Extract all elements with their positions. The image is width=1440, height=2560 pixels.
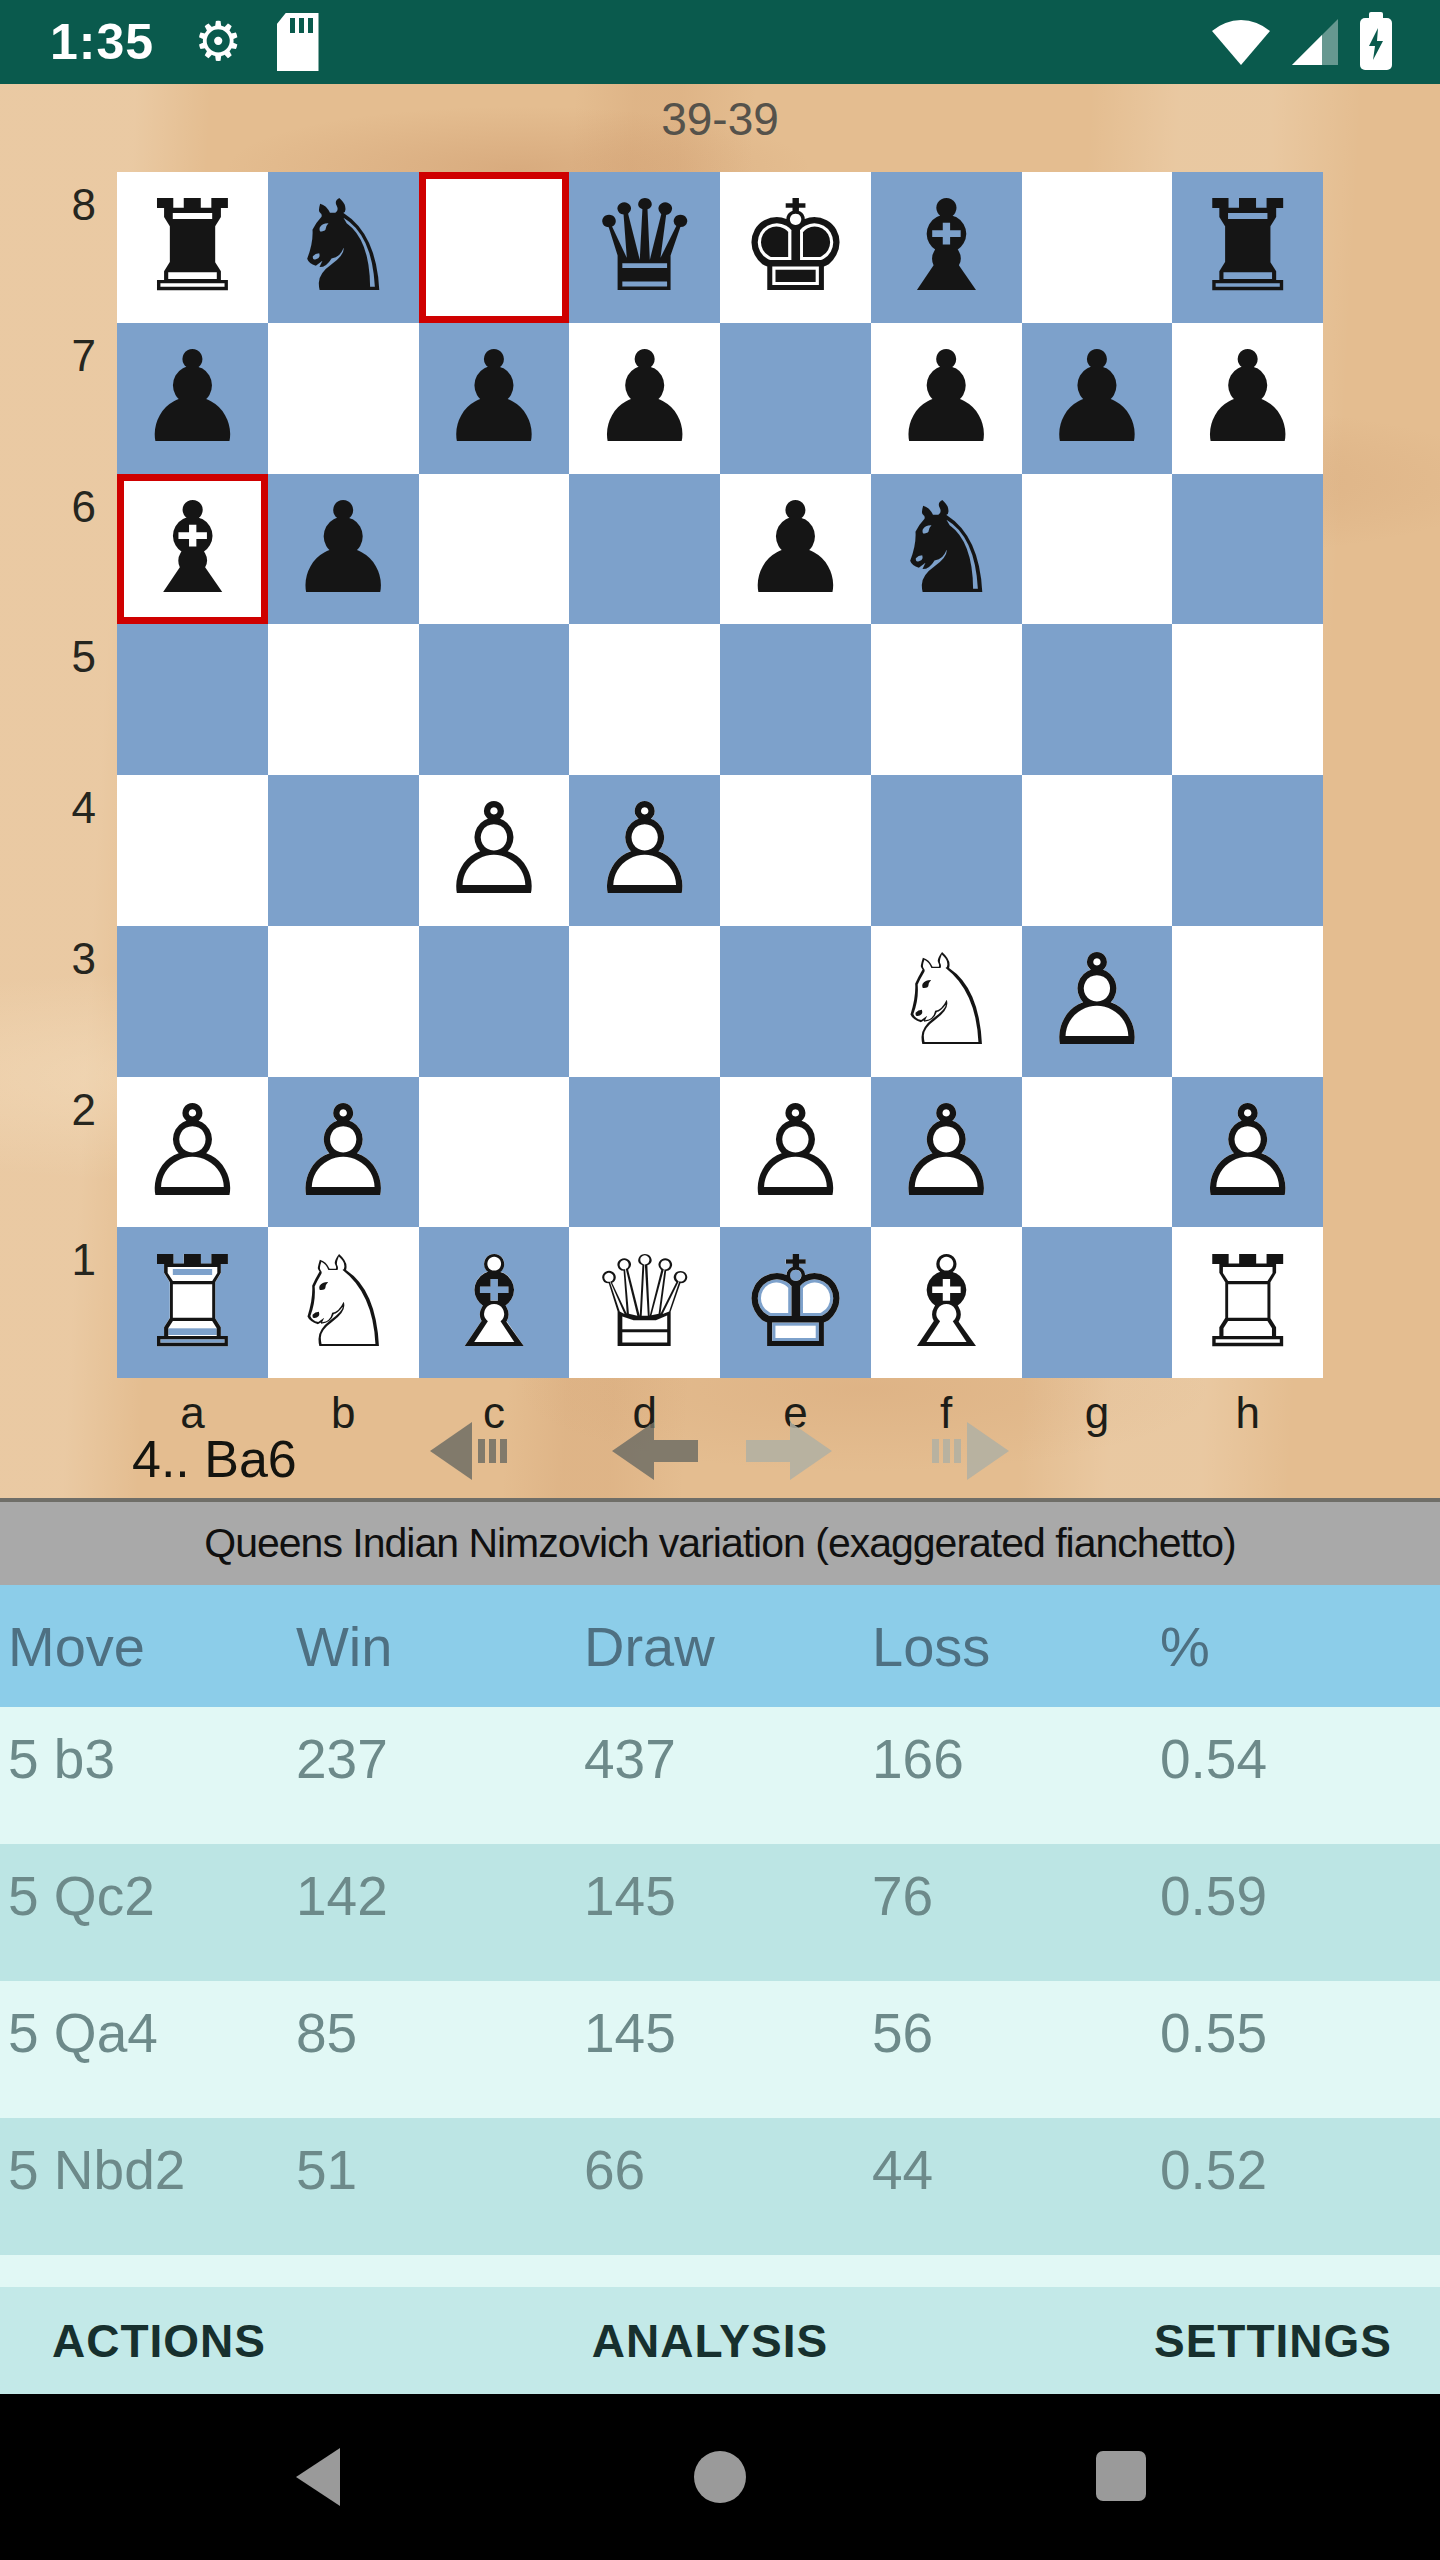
rank-label-8: 8 (40, 180, 96, 230)
square-b5[interactable] (268, 624, 419, 775)
black-piece-f7: ♟ (871, 323, 1022, 474)
square-e8[interactable]: ♚ (720, 172, 871, 323)
stats-row-5-b3[interactable]: 5 b32374371660.54 (0, 1707, 1440, 1844)
nav-back-icon[interactable] (296, 2448, 340, 2506)
file-label-h: h (1172, 1388, 1323, 1436)
square-h6[interactable] (1172, 474, 1323, 625)
gear-icon: ⚙ (194, 0, 242, 84)
square-f4[interactable] (871, 775, 1022, 926)
tab-settings[interactable]: SETTINGS (1154, 2314, 1392, 2368)
chess-board: ♜♞♛♚♝♜♟♟♟♟♟♟♝♟♟♞♟♙♟♙♞♘♟♙♟♙♟♙♟♙♟♙♟♙♜♖♞♘♝♗… (117, 172, 1323, 1378)
tab-actions[interactable]: ACTIONS (52, 2314, 266, 2368)
square-c4[interactable]: ♟♙ (419, 775, 570, 926)
stats-cell: 237 (288, 1707, 576, 1844)
square-f6[interactable]: ♞ (871, 474, 1022, 625)
stats-cell: 51 (288, 2118, 576, 2255)
rank-label-6: 6 (40, 482, 96, 532)
rank-label-7: 7 (40, 331, 96, 381)
black-piece-c7: ♟ (419, 323, 570, 474)
stats-row-empty (0, 2255, 1440, 2287)
white-piece-b1: ♞♘ (268, 1227, 419, 1378)
stats-header-move: Move (0, 1614, 288, 1679)
stats-row-5-Qc2[interactable]: 5 Qc2142145760.59 (0, 1844, 1440, 1981)
square-d2[interactable] (569, 1077, 720, 1228)
clock-time: 1:35 (50, 13, 154, 71)
square-a4[interactable] (117, 775, 268, 926)
file-label-g: g (1022, 1388, 1173, 1436)
stats-header-win: Win (288, 1614, 576, 1679)
stats-header-pct: % (1152, 1614, 1440, 1679)
black-piece-b8: ♞ (268, 172, 419, 323)
stats-header-loss: Loss (864, 1614, 1152, 1679)
previous-move-button[interactable] (610, 1420, 702, 1482)
square-h1[interactable]: ♜♖ (1172, 1227, 1323, 1378)
stats-cell: 44 (864, 2118, 1152, 2255)
stats-cell: 145 (576, 1981, 864, 2118)
square-h8[interactable]: ♜ (1172, 172, 1323, 323)
square-c7[interactable]: ♟ (419, 323, 570, 474)
white-piece-a2: ♟♙ (117, 1077, 268, 1228)
square-b3[interactable] (268, 926, 419, 1077)
square-b7[interactable] (268, 323, 419, 474)
rank-label-4: 4 (40, 783, 96, 833)
stats-table-header: MoveWinDrawLoss% (0, 1585, 1440, 1707)
rank-label-3: 3 (40, 934, 96, 984)
white-piece-f2: ♟♙ (871, 1077, 1022, 1228)
square-d4[interactable]: ♟♙ (569, 775, 720, 926)
stats-cell: 5 b3 (0, 1707, 288, 1844)
stats-cell: 0.52 (1152, 2118, 1440, 2255)
status-bar: 1:35 ⚙ (0, 0, 1440, 84)
square-c6[interactable] (419, 474, 570, 625)
square-h5[interactable] (1172, 624, 1323, 775)
material-score: 39-39 (0, 92, 1440, 146)
square-b6[interactable]: ♟ (268, 474, 419, 625)
square-a6[interactable]: ♝ (117, 474, 268, 625)
square-a8[interactable]: ♜ (117, 172, 268, 323)
stats-cell: 142 (288, 1844, 576, 1981)
stats-cell: 66 (576, 2118, 864, 2255)
square-e1[interactable]: ♚♔ (720, 1227, 871, 1378)
square-g8[interactable] (1022, 172, 1173, 323)
square-f1[interactable]: ♝♗ (871, 1227, 1022, 1378)
last-move-button[interactable] (919, 1420, 1011, 1482)
black-piece-a6: ♝ (117, 474, 268, 625)
current-move-label: 4.. Ba6 (132, 1429, 297, 1489)
stats-cell: 5 Qa4 (0, 1981, 288, 2118)
white-piece-a1: ♜♖ (117, 1227, 268, 1378)
rank-label-1: 1 (40, 1235, 96, 1285)
square-g2[interactable] (1022, 1077, 1173, 1228)
opening-name-bar: Queens Indian Nimzovich variation (exagg… (0, 1498, 1440, 1585)
white-piece-e2: ♟♙ (720, 1077, 871, 1228)
white-piece-f3: ♞♘ (871, 926, 1022, 1077)
square-d3[interactable] (569, 926, 720, 1077)
black-piece-h8: ♜ (1172, 172, 1323, 323)
square-e4[interactable] (720, 775, 871, 926)
stats-cell: 5 Nbd2 (0, 2118, 288, 2255)
stats-cell: 85 (288, 1981, 576, 2118)
stats-cell: 166 (864, 1707, 1152, 1844)
white-piece-h1: ♜♖ (1172, 1227, 1323, 1378)
square-e3[interactable] (720, 926, 871, 1077)
square-e5[interactable] (720, 624, 871, 775)
cell-signal-icon (1290, 17, 1340, 67)
square-h7[interactable]: ♟ (1172, 323, 1323, 474)
square-e7[interactable] (720, 323, 871, 474)
square-e2[interactable]: ♟♙ (720, 1077, 871, 1228)
square-b1[interactable]: ♞♘ (268, 1227, 419, 1378)
white-piece-b2: ♟♙ (268, 1077, 419, 1228)
square-a3[interactable] (117, 926, 268, 1077)
black-piece-g7: ♟ (1022, 323, 1173, 474)
nav-home-icon[interactable] (694, 2451, 746, 2503)
square-g7[interactable]: ♟ (1022, 323, 1173, 474)
stats-cell: 56 (864, 1981, 1152, 2118)
stats-cell: 0.55 (1152, 1981, 1440, 2118)
square-d5[interactable] (569, 624, 720, 775)
square-a5[interactable] (117, 624, 268, 775)
black-piece-e8: ♚ (720, 172, 871, 323)
square-g5[interactable] (1022, 624, 1173, 775)
stats-cell: 437 (576, 1707, 864, 1844)
square-b8[interactable]: ♞ (268, 172, 419, 323)
white-piece-h2: ♟♙ (1172, 1077, 1323, 1228)
black-piece-e6: ♟ (720, 474, 871, 625)
next-move-button[interactable] (742, 1420, 834, 1482)
black-piece-f6: ♞ (871, 474, 1022, 625)
square-c8[interactable] (419, 172, 570, 323)
black-piece-d8: ♛ (569, 172, 720, 323)
square-a7[interactable]: ♟ (117, 323, 268, 474)
square-f5[interactable] (871, 624, 1022, 775)
nav-recents-icon[interactable] (1096, 2451, 1146, 2501)
square-e6[interactable]: ♟ (720, 474, 871, 625)
white-piece-f1: ♝♗ (871, 1227, 1022, 1378)
opening-name: Queens Indian Nimzovich variation (exagg… (204, 1520, 1235, 1567)
square-g6[interactable] (1022, 474, 1173, 625)
square-f2[interactable]: ♟♙ (871, 1077, 1022, 1228)
black-piece-b6: ♟ (268, 474, 419, 625)
white-piece-c1: ♝♗ (419, 1227, 570, 1378)
square-g3[interactable]: ♟♙ (1022, 926, 1173, 1077)
sd-card-icon (277, 13, 319, 71)
black-piece-h7: ♟ (1172, 323, 1323, 474)
square-d1[interactable]: ♛♕ (569, 1227, 720, 1378)
tab-analysis[interactable]: ANALYSIS (592, 2314, 828, 2368)
square-c1[interactable]: ♝♗ (419, 1227, 570, 1378)
square-g1[interactable] (1022, 1227, 1173, 1378)
square-c3[interactable] (419, 926, 570, 1077)
square-d8[interactable]: ♛ (569, 172, 720, 323)
black-piece-d7: ♟ (569, 323, 720, 474)
white-piece-d4: ♟♙ (569, 775, 720, 926)
battery-charging-icon (1358, 12, 1394, 72)
square-a1[interactable]: ♜♖ (117, 1227, 268, 1378)
white-piece-e1: ♚♔ (720, 1227, 871, 1378)
rank-label-2: 2 (40, 1085, 96, 1135)
square-d6[interactable] (569, 474, 720, 625)
stats-header-draw: Draw (576, 1614, 864, 1679)
square-d7[interactable]: ♟ (569, 323, 720, 474)
square-c2[interactable] (419, 1077, 570, 1228)
black-piece-f8: ♝ (871, 172, 1022, 323)
white-piece-g3: ♟♙ (1022, 926, 1173, 1077)
square-h3[interactable] (1172, 926, 1323, 1077)
square-f8[interactable]: ♝ (871, 172, 1022, 323)
square-f7[interactable]: ♟ (871, 323, 1022, 474)
square-h4[interactable] (1172, 775, 1323, 926)
square-b2[interactable]: ♟♙ (268, 1077, 419, 1228)
square-c5[interactable] (419, 624, 570, 775)
stats-cell: 5 Qc2 (0, 1844, 288, 1981)
stats-cell: 0.59 (1152, 1844, 1440, 1981)
rank-label-5: 5 (40, 632, 96, 682)
square-a2[interactable]: ♟♙ (117, 1077, 268, 1228)
stats-table-body: 5 b32374371660.545 Qc2142145760.595 Qa48… (0, 1707, 1440, 2287)
white-piece-c4: ♟♙ (419, 775, 570, 926)
white-piece-d1: ♛♕ (569, 1227, 720, 1378)
stats-cell: 145 (576, 1844, 864, 1981)
square-b4[interactable] (268, 775, 419, 926)
stats-cell: 76 (864, 1844, 1152, 1981)
black-piece-a7: ♟ (117, 323, 268, 474)
bottom-tab-bar: ACTIONSANALYSISSETTINGS (0, 2287, 1440, 2394)
android-nav-bar (0, 2394, 1440, 2560)
app-screen: 1:35 ⚙ 39-39 ♜♞♛♚♝♜♟♟♟♟♟♟♝♟♟♞♟♙♟♙♞♘♟♙♟♙♟… (0, 0, 1440, 2560)
stats-cell: 0.54 (1152, 1707, 1440, 1844)
square-g4[interactable] (1022, 775, 1173, 926)
first-move-button[interactable] (428, 1420, 520, 1482)
stats-row-5-Qa4[interactable]: 5 Qa485145560.55 (0, 1981, 1440, 2118)
stats-row-5-Nbd2[interactable]: 5 Nbd25166440.52 (0, 2118, 1440, 2255)
square-f3[interactable]: ♞♘ (871, 926, 1022, 1077)
black-piece-a8: ♜ (117, 172, 268, 323)
wifi-icon (1210, 17, 1272, 67)
square-h2[interactable]: ♟♙ (1172, 1077, 1323, 1228)
